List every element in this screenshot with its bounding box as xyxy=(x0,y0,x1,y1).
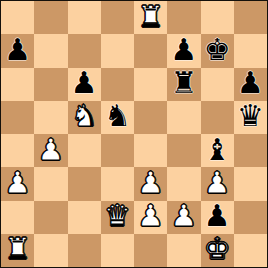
square-d6[interactable] xyxy=(101,68,134,101)
black-king-piece: ♚ xyxy=(204,35,231,65)
square-f6[interactable]: ♜ xyxy=(167,68,200,101)
square-g7[interactable]: ♚ xyxy=(201,34,234,67)
square-a4[interactable] xyxy=(1,134,34,167)
square-e7[interactable] xyxy=(134,34,167,67)
square-g5[interactable] xyxy=(201,101,234,134)
square-g8[interactable] xyxy=(201,1,234,34)
square-f4[interactable] xyxy=(167,134,200,167)
square-g3[interactable]: ♟ xyxy=(201,167,234,200)
white-rook-piece: ♜ xyxy=(137,2,164,32)
square-g4[interactable]: ♝ xyxy=(201,134,234,167)
square-b8[interactable] xyxy=(34,1,67,34)
square-a5[interactable] xyxy=(1,101,34,134)
square-g6[interactable] xyxy=(201,68,234,101)
square-c4[interactable] xyxy=(68,134,101,167)
white-queen-piece: ♛ xyxy=(104,201,131,231)
square-c8[interactable] xyxy=(68,1,101,34)
square-f5[interactable] xyxy=(167,101,200,134)
square-a2[interactable] xyxy=(1,201,34,234)
square-e4[interactable] xyxy=(134,134,167,167)
square-a3[interactable]: ♟ xyxy=(1,167,34,200)
white-pawn-piece: ♟ xyxy=(4,168,31,198)
square-a1[interactable]: ♜ xyxy=(1,234,34,267)
white-pawn-piece: ♟ xyxy=(204,168,231,198)
square-h3[interactable] xyxy=(234,167,267,200)
black-bishop-piece: ♝ xyxy=(204,135,231,165)
square-e5[interactable] xyxy=(134,101,167,134)
square-c6[interactable]: ♟ xyxy=(68,68,101,101)
square-h6[interactable]: ♟ xyxy=(234,68,267,101)
white-king-piece: ♚ xyxy=(204,234,231,264)
black-queen-piece: ♛ xyxy=(237,101,264,131)
square-e8[interactable]: ♜ xyxy=(134,1,167,34)
black-pawn-piece: ♟ xyxy=(71,68,98,98)
black-knight-piece: ♞ xyxy=(104,101,131,131)
square-a7[interactable]: ♟ xyxy=(1,34,34,67)
square-h2[interactable] xyxy=(234,201,267,234)
square-c7[interactable] xyxy=(68,34,101,67)
white-rook-piece: ♜ xyxy=(4,234,31,264)
square-g1[interactable]: ♚ xyxy=(201,234,234,267)
square-c3[interactable] xyxy=(68,167,101,200)
square-e1[interactable] xyxy=(134,234,167,267)
white-pawn-piece: ♟ xyxy=(137,201,164,231)
square-b5[interactable] xyxy=(34,101,67,134)
square-a6[interactable] xyxy=(1,68,34,101)
square-d1[interactable] xyxy=(101,234,134,267)
square-a8[interactable] xyxy=(1,1,34,34)
square-c1[interactable] xyxy=(68,234,101,267)
square-h8[interactable] xyxy=(234,1,267,34)
square-e3[interactable]: ♟ xyxy=(134,167,167,200)
square-f8[interactable] xyxy=(167,1,200,34)
square-h4[interactable] xyxy=(234,134,267,167)
square-h1[interactable] xyxy=(234,234,267,267)
square-d4[interactable] xyxy=(101,134,134,167)
square-c5[interactable]: ♞ xyxy=(68,101,101,134)
square-f7[interactable]: ♟ xyxy=(167,34,200,67)
square-h7[interactable] xyxy=(234,34,267,67)
square-d7[interactable] xyxy=(101,34,134,67)
black-pawn-piece: ♟ xyxy=(4,35,31,65)
square-e2[interactable]: ♟ xyxy=(134,201,167,234)
square-d8[interactable] xyxy=(101,1,134,34)
square-d2[interactable]: ♛ xyxy=(101,201,134,234)
white-pawn-piece: ♟ xyxy=(37,135,64,165)
square-d3[interactable] xyxy=(101,167,134,200)
square-c2[interactable] xyxy=(68,201,101,234)
white-pawn-piece: ♟ xyxy=(137,168,164,198)
square-h5[interactable]: ♛ xyxy=(234,101,267,134)
black-pawn-piece: ♟ xyxy=(237,68,264,98)
chess-board-wrapper: ♜♟♟♚♟♜♟♞♞♛♟♝♟♟♟♛♟♟♟♜♚ xyxy=(0,0,268,268)
white-pawn-piece: ♟ xyxy=(170,201,197,231)
square-b6[interactable] xyxy=(34,68,67,101)
square-f2[interactable]: ♟ xyxy=(167,201,200,234)
chess-board: ♜♟♟♚♟♜♟♞♞♛♟♝♟♟♟♛♟♟♟♜♚ xyxy=(0,0,268,268)
square-f1[interactable] xyxy=(167,234,200,267)
black-pawn-piece: ♟ xyxy=(170,35,197,65)
square-b3[interactable] xyxy=(34,167,67,200)
white-knight-piece: ♞ xyxy=(71,101,98,131)
square-f3[interactable] xyxy=(167,167,200,200)
square-d5[interactable]: ♞ xyxy=(101,101,134,134)
square-b1[interactable] xyxy=(34,234,67,267)
square-b2[interactable] xyxy=(34,201,67,234)
black-pawn-piece: ♟ xyxy=(204,201,231,231)
square-b4[interactable]: ♟ xyxy=(34,134,67,167)
square-g2[interactable]: ♟ xyxy=(201,201,234,234)
black-rook-piece: ♜ xyxy=(170,68,197,98)
square-e6[interactable] xyxy=(134,68,167,101)
square-b7[interactable] xyxy=(34,34,67,67)
